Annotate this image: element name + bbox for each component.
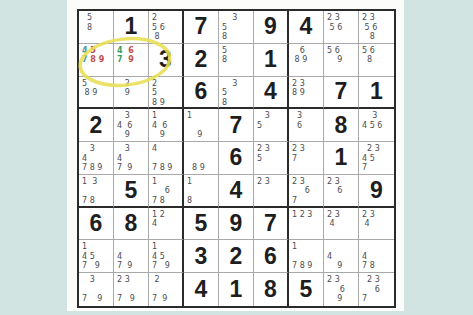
pencil-marks: 25 6 8 bbox=[149, 11, 182, 43]
given-digit: 5 bbox=[300, 278, 313, 301]
cell-r8c9[interactable]: 47 8 bbox=[359, 240, 394, 273]
pencil-marks: 2 3 67 bbox=[289, 175, 323, 206]
given-digit: 1 bbox=[125, 15, 138, 38]
cell-r3c4[interactable]: 6 bbox=[184, 77, 219, 110]
pencil-marks: 2 38 9 bbox=[289, 77, 323, 108]
pencil-marks: 258 9 bbox=[149, 77, 182, 108]
cell-r1c6[interactable]: 9 bbox=[254, 11, 289, 44]
cell-r7c1[interactable]: 6 bbox=[79, 208, 114, 241]
cell-r4c8[interactable]: 8 bbox=[324, 109, 359, 142]
cell-r6c2[interactable]: 5 bbox=[114, 175, 149, 208]
given-digit: 7 bbox=[335, 80, 348, 103]
cell-r4c5[interactable]: 7 bbox=[219, 109, 254, 142]
pencil-marks: 347 9 bbox=[114, 142, 148, 174]
given-digit: 1 bbox=[230, 278, 243, 301]
given-digit: 7 bbox=[230, 114, 243, 137]
pencil-marks: 2 37 bbox=[289, 142, 323, 174]
pencil-marks: 47 8 bbox=[359, 240, 394, 272]
given-digit: 1 bbox=[370, 80, 383, 103]
screenshot-root: 5 8125 6 87 358942 3 5 62 3 5 6 84 57 8 … bbox=[0, 0, 473, 315]
pencil-marks: 47 9 bbox=[114, 240, 148, 272]
given-digit: 5 bbox=[195, 212, 208, 235]
cell-r9c6[interactable]: 8 bbox=[254, 273, 289, 306]
pencil-marks: 35 bbox=[254, 109, 287, 141]
pencil-marks: 1 3 7 8 bbox=[79, 175, 113, 206]
cell-r7c9[interactable]: 2 3 4 bbox=[359, 208, 394, 241]
cell-r4c6[interactable]: 35 bbox=[254, 109, 289, 142]
cell-r8c7[interactable]: 1 7 8 9 bbox=[289, 240, 324, 273]
cell-r2c6[interactable]: 1 bbox=[254, 44, 289, 77]
pencil-marks: 4 67 9 bbox=[114, 44, 148, 76]
given-digit: 8 bbox=[335, 114, 348, 137]
given-digit: 1 bbox=[264, 48, 277, 71]
cell-r6c3[interactable]: 1 67 8 bbox=[149, 175, 184, 208]
pencil-marks: 2 3 5 6 bbox=[324, 11, 358, 43]
pencil-marks: 1 9 bbox=[184, 109, 218, 141]
given-digit: 7 bbox=[195, 15, 208, 38]
cell-r8c5[interactable]: 2 bbox=[219, 240, 254, 273]
given-digit: 8 bbox=[264, 278, 277, 301]
cell-r3c1[interactable]: 5 8 9 bbox=[79, 77, 114, 110]
pencil-marks: 2 3 4 bbox=[359, 208, 394, 240]
pencil-marks: 2 3 67 bbox=[359, 273, 394, 306]
pencil-marks: 2 3 4 bbox=[324, 208, 358, 240]
pencil-marks: 4 57 8 9 bbox=[79, 44, 113, 76]
given-digit: 4 bbox=[195, 278, 208, 301]
cell-r5c1[interactable]: 347 8 9 bbox=[79, 142, 114, 175]
cell-r9c8[interactable]: 2 3 6 9 bbox=[324, 273, 359, 306]
pencil-marks: 1 67 8 bbox=[149, 175, 182, 206]
cell-r9c1[interactable]: 3 7 9 bbox=[79, 273, 114, 306]
cell-r3c6[interactable]: 4 bbox=[254, 77, 289, 110]
pencil-marks: 1 7 8 9 bbox=[289, 240, 323, 272]
cell-r7c4[interactable]: 5 bbox=[184, 208, 219, 241]
pencil-marks: 347 8 9 bbox=[79, 142, 113, 174]
cell-r5c3[interactable]: 4 7 8 9 bbox=[149, 142, 184, 175]
pencil-marks: 34 5 6 bbox=[359, 109, 394, 141]
sudoku-board[interactable]: 5 8125 6 87 358942 3 5 62 3 5 6 84 57 8 … bbox=[77, 9, 396, 308]
cell-r4c3[interactable]: 14 6 9 bbox=[149, 109, 184, 142]
given-digit: 9 bbox=[370, 179, 383, 202]
cell-r7c5[interactable]: 9 bbox=[219, 208, 254, 241]
cell-r2c7[interactable]: 6 8 9 bbox=[289, 44, 324, 77]
given-digit: 4 bbox=[300, 15, 313, 38]
pencil-marks: 34 6 9 bbox=[114, 109, 148, 141]
cell-r9c5[interactable]: 1 bbox=[219, 273, 254, 306]
pencil-marks: 2 3 5 6 8 bbox=[359, 11, 394, 43]
cell-r3c3[interactable]: 258 9 bbox=[149, 77, 184, 110]
given-digit: 2 bbox=[90, 114, 103, 137]
cell-r9c9[interactable]: 2 3 67 bbox=[359, 273, 394, 306]
pencil-marks: 2 3 6 bbox=[324, 175, 358, 206]
given-digit: 6 bbox=[90, 212, 103, 235]
cell-r1c4[interactable]: 7 bbox=[184, 11, 219, 44]
cell-r3c5[interactable]: 358 bbox=[219, 77, 254, 110]
cell-r5c2[interactable]: 347 9 bbox=[114, 142, 149, 175]
given-digit: 6 bbox=[230, 146, 243, 169]
given-digit: 9 bbox=[230, 212, 243, 235]
cell-r6c8[interactable]: 2 3 6 bbox=[324, 175, 359, 208]
pencil-marks: 5 6 8 bbox=[359, 44, 394, 76]
pencil-marks: 1 8 bbox=[184, 175, 218, 206]
pencil-marks: 14 57 9 bbox=[79, 240, 113, 272]
pencil-marks: 2 35 bbox=[254, 142, 287, 174]
cell-r1c8[interactable]: 2 3 5 6 bbox=[324, 11, 359, 44]
cell-r2c2[interactable]: 4 67 9 bbox=[114, 44, 149, 77]
cell-r1c3[interactable]: 25 6 8 bbox=[149, 11, 184, 44]
given-digit: 9 bbox=[264, 15, 277, 38]
given-digit: 4 bbox=[230, 179, 243, 202]
cell-r9c7[interactable]: 5 bbox=[289, 273, 324, 306]
given-digit: 7 bbox=[264, 212, 277, 235]
cell-r5c7[interactable]: 2 37 bbox=[289, 142, 324, 175]
cell-r3c7[interactable]: 2 38 9 bbox=[289, 77, 324, 110]
cell-r8c1[interactable]: 14 57 9 bbox=[79, 240, 114, 273]
pencil-marks: 5 6 9 bbox=[324, 44, 358, 76]
pencil-marks: 3 6 bbox=[289, 109, 323, 141]
cell-r1c9[interactable]: 2 3 5 6 8 bbox=[359, 11, 394, 44]
cell-r2c8[interactable]: 5 6 9 bbox=[324, 44, 359, 77]
cell-r9c3[interactable]: 2 7 9 bbox=[149, 273, 184, 306]
given-digit: 2 bbox=[195, 48, 208, 71]
pencil-marks: 358 bbox=[219, 11, 253, 43]
given-digit: 8 bbox=[125, 212, 138, 235]
given-digit: 6 bbox=[195, 80, 208, 103]
cell-r3c8[interactable]: 7 bbox=[324, 77, 359, 110]
pencil-marks: 2 3 7 9 bbox=[114, 273, 148, 306]
given-digit: 4 bbox=[264, 80, 277, 103]
pencil-marks: 6 8 9 bbox=[289, 44, 323, 76]
pencil-marks: 1 2 3 bbox=[289, 208, 323, 240]
cell-r5c6[interactable]: 2 35 bbox=[254, 142, 289, 175]
cell-r1c2[interactable]: 1 bbox=[114, 11, 149, 44]
pencil-marks: 2 7 9 bbox=[149, 273, 182, 306]
given-digit: 1 bbox=[335, 146, 348, 169]
cell-r7c2[interactable]: 8 bbox=[114, 208, 149, 241]
pencil-marks: 358 bbox=[219, 77, 253, 108]
cell-r7c6[interactable]: 7 bbox=[254, 208, 289, 241]
cell-r7c8[interactable]: 2 3 4 bbox=[324, 208, 359, 241]
cell-r8c4[interactable]: 3 bbox=[184, 240, 219, 273]
cell-r5c4[interactable]: 8 9 bbox=[184, 142, 219, 175]
cell-r8c3[interactable]: 14 57 9 bbox=[149, 240, 184, 273]
cell-r6c1[interactable]: 1 3 7 8 bbox=[79, 175, 114, 208]
pencil-marks: 5 8 bbox=[79, 11, 113, 43]
cell-r5c9[interactable]: 2 34 57 bbox=[359, 142, 394, 175]
cell-r5c8[interactable]: 1 bbox=[324, 142, 359, 175]
cell-r7c7[interactable]: 1 2 3 bbox=[289, 208, 324, 241]
cell-r9c4[interactable]: 4 bbox=[184, 273, 219, 306]
cell-r8c2[interactable]: 47 9 bbox=[114, 240, 149, 273]
pencil-marks: 14 57 9 bbox=[149, 240, 182, 272]
cell-r6c6[interactable]: 2 3 bbox=[254, 175, 289, 208]
cell-r1c1[interactable]: 5 8 bbox=[79, 11, 114, 44]
cell-r2c5[interactable]: 58 bbox=[219, 44, 254, 77]
pencil-marks: 2 3 bbox=[254, 175, 287, 206]
cell-r8c8[interactable]: 4 9 bbox=[324, 240, 359, 273]
pencil-marks: 14 6 9 bbox=[149, 109, 182, 141]
cell-r2c3[interactable]: 3 bbox=[149, 44, 184, 77]
cell-r5c5[interactable]: 6 bbox=[219, 142, 254, 175]
pencil-marks: 8 9 bbox=[184, 142, 218, 174]
pencil-marks: 4 7 8 9 bbox=[149, 142, 182, 174]
cell-r1c7[interactable]: 4 bbox=[289, 11, 324, 44]
cell-r1c5[interactable]: 358 bbox=[219, 11, 254, 44]
pencil-marks: 5 8 9 bbox=[79, 77, 113, 108]
cell-r6c4[interactable]: 1 8 bbox=[184, 175, 219, 208]
pencil-marks: 58 bbox=[219, 44, 253, 76]
cell-r2c9[interactable]: 5 6 8 bbox=[359, 44, 394, 77]
cell-r4c7[interactable]: 3 6 bbox=[289, 109, 324, 142]
cell-r3c9[interactable]: 1 bbox=[359, 77, 394, 110]
cell-r4c2[interactable]: 34 6 9 bbox=[114, 109, 149, 142]
cell-r6c5[interactable]: 4 bbox=[219, 175, 254, 208]
cell-r2c4[interactable]: 2 bbox=[184, 44, 219, 77]
given-digit: 2 bbox=[230, 245, 243, 268]
given-digit: 5 bbox=[125, 179, 138, 202]
pencil-marks: 2 9 bbox=[114, 77, 148, 108]
cell-r4c1[interactable]: 2 bbox=[79, 109, 114, 142]
given-digit: 3 bbox=[159, 48, 172, 71]
pencil-marks: 4 9 bbox=[324, 240, 358, 272]
pencil-marks: 3 7 9 bbox=[79, 273, 113, 306]
pencil-marks: 1 24 bbox=[149, 208, 182, 240]
cell-r2c1[interactable]: 4 57 8 9 bbox=[79, 44, 114, 77]
cell-r3c2[interactable]: 2 9 bbox=[114, 77, 149, 110]
given-digit: 6 bbox=[264, 245, 277, 268]
cell-r9c2[interactable]: 2 3 7 9 bbox=[114, 273, 149, 306]
cell-r4c9[interactable]: 34 5 6 bbox=[359, 109, 394, 142]
given-digit: 3 bbox=[195, 245, 208, 268]
pencil-marks: 2 34 57 bbox=[359, 142, 394, 174]
cell-r6c7[interactable]: 2 3 67 bbox=[289, 175, 324, 208]
cell-r8c6[interactable]: 6 bbox=[254, 240, 289, 273]
cell-r7c3[interactable]: 1 24 bbox=[149, 208, 184, 241]
pencil-marks: 2 3 6 9 bbox=[324, 273, 358, 306]
cell-r6c9[interactable]: 9 bbox=[359, 175, 394, 208]
cell-r4c4[interactable]: 1 9 bbox=[184, 109, 219, 142]
